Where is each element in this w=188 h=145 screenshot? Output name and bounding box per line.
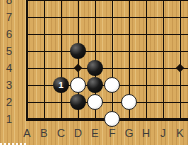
- white-stone-E2[interactable]: [87, 94, 103, 110]
- row-label-7: 7: [1, 11, 17, 23]
- row-label-4: 4: [1, 62, 17, 74]
- row-label-1: 1: [1, 113, 17, 125]
- column-label-C: C: [53, 127, 69, 139]
- grid-line-horizontal-5: [26, 51, 188, 52]
- black-stone-E3[interactable]: [87, 77, 103, 93]
- move-number-label: 1: [58, 81, 63, 90]
- go-board-diagram: 187654321ABCDEFGHJK: [0, 0, 188, 145]
- white-stone-F1[interactable]: [104, 111, 120, 127]
- go-board[interactable]: 187654321ABCDEFGHJK: [0, 0, 188, 145]
- star-point-D4: [74, 64, 82, 72]
- column-label-A: A: [19, 127, 35, 139]
- black-stone-D2[interactable]: [70, 94, 86, 110]
- column-label-B: B: [36, 127, 52, 139]
- column-label-D: D: [70, 127, 86, 139]
- row-label-5: 5: [1, 45, 17, 57]
- row-label-6: 6: [1, 28, 17, 40]
- grid-line-horizontal-4: [26, 68, 188, 69]
- grid-line-horizontal-2: [26, 102, 188, 103]
- grid-line-horizontal-6: [26, 34, 188, 35]
- star-point-K4: [176, 64, 184, 72]
- grid-line-horizontal-8: [26, 0, 188, 1]
- column-label-H: H: [138, 127, 154, 139]
- black-stone-E4[interactable]: [87, 60, 103, 76]
- white-stone-G2[interactable]: [121, 94, 137, 110]
- column-label-K: K: [172, 127, 188, 139]
- column-label-G: G: [121, 127, 137, 139]
- column-label-J: J: [155, 127, 171, 139]
- black-stone-D5[interactable]: [70, 43, 86, 59]
- white-stone-D3[interactable]: [70, 77, 86, 93]
- row-label-3: 3: [1, 79, 17, 91]
- column-label-E: E: [87, 127, 103, 139]
- grid-line-horizontal-7: [26, 17, 188, 18]
- selection-artifact: [0, 143, 27, 145]
- white-stone-F3[interactable]: [104, 77, 120, 93]
- row-label-2: 2: [1, 96, 17, 108]
- black-stone-C3[interactable]: 1: [53, 77, 69, 93]
- row-label-8: 8: [1, 0, 17, 6]
- column-label-F: F: [104, 127, 120, 139]
